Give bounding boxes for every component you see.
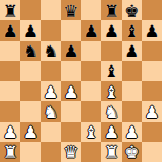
square-d8[interactable]: ♛ [61,0,81,20]
square-b6[interactable]: ♞ [20,41,40,61]
square-d4[interactable]: ♟ [61,81,81,101]
square-a7[interactable]: ♟ [0,20,20,40]
square-c8[interactable] [41,0,61,20]
square-g4[interactable] [122,81,142,101]
white-pawn[interactable]: ♟ [23,124,38,141]
black-pawn[interactable]: ♟ [3,22,18,39]
white-queen[interactable]: ♛ [63,144,78,161]
square-g6[interactable]: ♟ [122,41,142,61]
square-h4[interactable] [142,81,162,101]
square-h3[interactable]: ♟ [142,101,162,121]
square-f7[interactable]: ♟ [101,20,121,40]
white-bishop[interactable]: ♝ [84,124,99,141]
square-h8[interactable] [142,0,162,20]
square-f6[interactable] [101,41,121,61]
square-c3[interactable]: ♞ [41,101,61,121]
square-a3[interactable] [0,101,20,121]
black-pawn[interactable]: ♟ [23,22,38,39]
white-king[interactable]: ♚ [124,144,139,161]
square-d2[interactable] [61,122,81,142]
black-bishop[interactable]: ♝ [104,63,119,80]
white-pawn[interactable]: ♟ [43,83,58,100]
square-f4[interactable]: ♝ [101,81,121,101]
black-pawn[interactable]: ♟ [144,22,159,39]
square-f3[interactable]: ♞ [101,101,121,121]
square-c7[interactable] [41,20,61,40]
square-d3[interactable] [61,101,81,121]
white-pawn[interactable]: ♟ [124,124,139,141]
white-rook[interactable]: ♜ [3,144,18,161]
square-c4[interactable]: ♟ [41,81,61,101]
square-b7[interactable]: ♟ [20,20,40,40]
black-rook[interactable]: ♜ [3,2,18,19]
square-c6[interactable]: ♞ [41,41,61,61]
black-pawn[interactable]: ♟ [84,22,99,39]
square-e3[interactable] [81,101,101,121]
square-h5[interactable] [142,61,162,81]
square-c2[interactable] [41,122,61,142]
square-b3[interactable] [20,101,40,121]
black-knight[interactable]: ♞ [23,43,38,60]
white-rook[interactable]: ♜ [104,144,119,161]
white-bishop[interactable]: ♝ [104,83,119,100]
black-rook[interactable]: ♜ [104,2,119,19]
chess-board: ♜♛♜♚♟♟♟♟♝♟♞♞♟♟♝♟♟♝♞♞♟♟♟♝♟♟♜♛♜♚ [0,0,162,162]
square-a1[interactable]: ♜ [0,142,20,162]
square-h2[interactable] [142,122,162,142]
square-a2[interactable]: ♟ [0,122,20,142]
white-pawn[interactable]: ♟ [3,124,18,141]
square-e2[interactable]: ♝ [81,122,101,142]
white-knight[interactable]: ♞ [43,103,58,120]
square-g3[interactable] [122,101,142,121]
white-pawn[interactable]: ♟ [104,124,119,141]
square-b4[interactable] [20,81,40,101]
square-a4[interactable] [0,81,20,101]
square-d1[interactable]: ♛ [61,142,81,162]
square-d7[interactable] [61,20,81,40]
square-e7[interactable]: ♟ [81,20,101,40]
square-b1[interactable] [20,142,40,162]
square-h1[interactable] [142,142,162,162]
white-pawn[interactable]: ♟ [144,103,159,120]
square-g5[interactable] [122,61,142,81]
square-g2[interactable]: ♟ [122,122,142,142]
square-g1[interactable]: ♚ [122,142,142,162]
black-pawn[interactable]: ♟ [104,22,119,39]
square-b2[interactable]: ♟ [20,122,40,142]
square-a5[interactable] [0,61,20,81]
square-a8[interactable]: ♜ [0,0,20,20]
square-f1[interactable]: ♜ [101,142,121,162]
square-f5[interactable]: ♝ [101,61,121,81]
square-f8[interactable]: ♜ [101,0,121,20]
square-b5[interactable] [20,61,40,81]
black-queen[interactable]: ♛ [63,2,78,19]
square-g7[interactable]: ♝ [122,20,142,40]
square-e5[interactable] [81,61,101,81]
black-bishop[interactable]: ♝ [124,22,139,39]
black-knight[interactable]: ♞ [43,43,58,60]
square-h6[interactable] [142,41,162,61]
white-pawn[interactable]: ♟ [63,83,78,100]
square-d6[interactable]: ♟ [61,41,81,61]
square-e1[interactable] [81,142,101,162]
square-e6[interactable] [81,41,101,61]
square-b8[interactable] [20,0,40,20]
square-a6[interactable] [0,41,20,61]
black-pawn[interactable]: ♟ [63,43,78,60]
square-c5[interactable] [41,61,61,81]
square-e4[interactable] [81,81,101,101]
square-f2[interactable]: ♟ [101,122,121,142]
black-pawn[interactable]: ♟ [124,43,139,60]
square-c1[interactable] [41,142,61,162]
white-knight[interactable]: ♞ [104,103,119,120]
square-e8[interactable] [81,0,101,20]
black-king[interactable]: ♚ [124,2,139,19]
square-h7[interactable]: ♟ [142,20,162,40]
square-g8[interactable]: ♚ [122,0,142,20]
square-d5[interactable] [61,61,81,81]
